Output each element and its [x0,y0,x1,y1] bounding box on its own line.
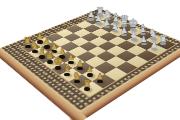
piece-white-pawn[interactable]: ♟ [94,73,106,84]
chess-set-photo: ♜♞♝♛♚♝♞♜♟♟♟♟♟♟♟♟♟♟♟♟♟♟♟♟♜♞♝♛♚♝♞♜ [0,0,180,120]
piece-white-rook[interactable]: ♜ [81,79,93,91]
pieces-layer: ♜♞♝♛♚♝♞♜♟♟♟♟♟♟♟♟♟♟♟♟♟♟♟♟♜♞♝♛♚♝♞♜ [0,0,180,120]
piece-black-pawn[interactable]: ♟ [148,41,160,51]
